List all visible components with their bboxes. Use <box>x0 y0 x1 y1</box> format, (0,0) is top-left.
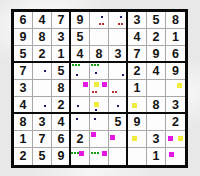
cell-digit: 6 <box>166 46 185 62</box>
cell-digit: 7 <box>128 46 146 62</box>
cell-digit: 2 <box>71 131 89 147</box>
cell-r4c1[interactable]: 7 <box>14 63 33 80</box>
cell-r1c5[interactable] <box>90 12 109 29</box>
cell-r5c4[interactable] <box>71 80 90 97</box>
cell-r8c8[interactable]: 3 <box>147 131 166 148</box>
cell-digit: 3 <box>52 29 70 45</box>
cell-digit: 4 <box>128 29 146 45</box>
cell-r7c2[interactable]: 3 <box>33 114 52 131</box>
cell-r9c5[interactable] <box>90 148 109 165</box>
cell-r7c1[interactable]: 8 <box>14 114 33 131</box>
pencil-mark-navy-dot <box>122 74 124 76</box>
cell-r4c2[interactable] <box>33 63 52 80</box>
cell-digit: 7 <box>14 63 32 79</box>
pencil-mark-magenta-sq <box>79 151 84 156</box>
cell-r4c4[interactable] <box>71 63 90 80</box>
cell-digit: 6 <box>52 131 70 147</box>
sudoku-board: 6479358983542152148379675249381428383459… <box>11 9 188 168</box>
cell-digit: 2 <box>166 114 185 130</box>
pencil-mark-magenta-sq <box>169 152 174 157</box>
cell-r9c4[interactable] <box>71 148 90 165</box>
cell-digit: 4 <box>33 12 51 28</box>
cell-digit: 8 <box>14 114 32 130</box>
pencil-mark-navy-dot <box>120 16 122 18</box>
pencil-mark-yellow-sq <box>177 83 182 88</box>
pencil-mark-navy-dot <box>94 118 96 120</box>
pencil-mark-navy-dot <box>95 72 97 74</box>
cell-r8c2[interactable]: 7 <box>33 131 52 148</box>
cell-digit: 5 <box>52 63 70 79</box>
pencil-mark-magenta-sq <box>102 82 107 87</box>
cell-digit: 4 <box>71 46 89 62</box>
cell-r8c7[interactable] <box>128 131 147 148</box>
pencil-mark-magenta-sq <box>91 132 96 137</box>
pencil-mark-navy-dot <box>44 105 46 107</box>
pencil-mark-navy-dot <box>76 74 78 76</box>
cell-digit: 9 <box>166 63 185 79</box>
cell-r5c2[interactable] <box>33 80 52 97</box>
cell-r5c1[interactable]: 3 <box>14 80 33 97</box>
cell-digit: 8 <box>33 29 51 45</box>
cell-r4c8[interactable]: 4 <box>147 63 166 80</box>
cell-digit: 9 <box>147 46 165 62</box>
cell-r8c5[interactable] <box>90 131 109 148</box>
pencil-mark-navy-dot <box>117 105 119 107</box>
pencil-mark-magenta-sq <box>168 136 173 141</box>
cell-r1c2[interactable]: 4 <box>33 12 52 29</box>
pencil-mark-yellow-sq <box>94 82 99 87</box>
cell-r2c4[interactable]: 5 <box>71 29 90 46</box>
pencil-mark-red-pair <box>92 91 97 93</box>
pencil-mark-magenta-sq <box>102 151 107 156</box>
cell-r7c9[interactable]: 2 <box>166 114 185 131</box>
cell-digit: 9 <box>128 114 146 130</box>
cell-digit: 7 <box>52 12 70 28</box>
cell-digit: 8 <box>90 46 108 62</box>
cell-r4c5[interactable] <box>90 63 109 80</box>
cell-r5c9[interactable] <box>166 80 185 97</box>
cell-digit: 3 <box>109 46 127 62</box>
pencil-mark-yellow-sq <box>94 102 99 107</box>
block-divider-horizontal-2 <box>14 112 185 114</box>
cell-digit: 2 <box>52 97 70 113</box>
pencil-mark-yellow-sq <box>178 136 183 141</box>
cell-r8c1[interactable]: 1 <box>14 131 33 148</box>
block-divider-vertical-2 <box>126 12 128 165</box>
cell-r1c1[interactable]: 6 <box>14 12 33 29</box>
cell-digit: 1 <box>128 80 146 96</box>
cell-r4c7[interactable]: 2 <box>128 63 147 80</box>
cell-digit: 3 <box>147 131 165 147</box>
pencil-mark-green-dash <box>91 64 99 66</box>
cell-r7c4[interactable] <box>71 114 90 131</box>
cell-digit: 1 <box>52 46 70 62</box>
pencil-mark-red-pair <box>112 91 117 93</box>
pencil-mark-navy-dot <box>77 105 79 107</box>
cell-r9c1[interactable]: 2 <box>14 148 33 165</box>
cell-digit: 1 <box>166 29 185 45</box>
cell-digit: 7 <box>33 131 51 147</box>
cell-digit: 3 <box>33 114 51 130</box>
cell-r2c2[interactable]: 8 <box>33 29 52 46</box>
cell-digit: 4 <box>14 97 32 113</box>
pencil-mark-green-dash <box>71 152 79 154</box>
cell-digit: 5 <box>33 148 51 165</box>
cell-r1c9[interactable]: 8 <box>166 12 185 29</box>
cell-digit: 5 <box>71 29 89 45</box>
pencil-mark-yellow-sq <box>132 136 137 141</box>
cell-digit: 8 <box>166 12 185 28</box>
pencil-mark-magenta-sq <box>83 82 88 87</box>
pencil-mark-navy-dot <box>76 118 78 120</box>
cell-r2c5[interactable] <box>90 29 109 46</box>
cell-digit: 2 <box>147 29 165 45</box>
cell-digit: 4 <box>147 63 165 79</box>
pencil-mark-navy-dot <box>95 109 97 111</box>
cell-r1c7[interactable]: 3 <box>128 12 147 29</box>
cell-digit: 9 <box>14 29 32 45</box>
cell-r1c4[interactable]: 9 <box>71 12 90 29</box>
cell-r7c5[interactable] <box>90 114 109 131</box>
cell-digit: 3 <box>14 80 32 96</box>
cell-r1c8[interactable]: 5 <box>147 12 166 29</box>
cell-digit: 4 <box>52 114 70 130</box>
block-divider-horizontal-1 <box>14 61 185 63</box>
cell-r2c7[interactable]: 4 <box>128 29 147 46</box>
cell-r5c5[interactable] <box>90 80 109 97</box>
cell-digit: 8 <box>147 97 165 113</box>
cell-digit: 2 <box>33 46 51 62</box>
cell-digit: 9 <box>52 148 70 165</box>
pencil-mark-red-pair <box>99 23 104 25</box>
pencil-mark-navy-dot <box>44 70 46 72</box>
cell-r2c1[interactable]: 9 <box>14 29 33 46</box>
cell-r9c9[interactable] <box>166 148 185 165</box>
cell-digit: 5 <box>14 46 32 62</box>
pencil-mark-green-dash <box>72 64 80 66</box>
cell-r7c7[interactable]: 9 <box>128 114 147 131</box>
cell-r7c8[interactable] <box>147 114 166 131</box>
cell-digit: 1 <box>14 131 32 147</box>
pencil-mark-green-dash <box>91 152 99 154</box>
cell-digit: 5 <box>109 114 127 130</box>
pencil-mark-red-pair <box>118 23 123 25</box>
cell-digit: 1 <box>147 148 165 165</box>
cell-digit: 8 <box>52 80 70 96</box>
cell-r4c9[interactable]: 9 <box>166 63 185 80</box>
cell-r2c9[interactable]: 1 <box>166 29 185 46</box>
cell-r8c9[interactable] <box>166 131 185 148</box>
pencil-mark-navy-dot <box>101 16 103 18</box>
cell-r9c7[interactable] <box>128 148 147 165</box>
cell-r9c2[interactable]: 5 <box>33 148 52 165</box>
cell-r5c8[interactable] <box>147 80 166 97</box>
pencil-mark-magenta-sq <box>110 135 115 140</box>
cell-digit: 3 <box>128 12 146 28</box>
block-divider-vertical-1 <box>69 12 71 165</box>
cell-digit: 3 <box>166 97 185 113</box>
cell-r9c8[interactable]: 1 <box>147 148 166 165</box>
cell-digit: 2 <box>14 148 32 165</box>
cell-digit: 6 <box>14 12 32 28</box>
cell-r5c7[interactable]: 1 <box>128 80 147 97</box>
cell-digit: 9 <box>71 12 89 28</box>
cell-digit: 5 <box>147 12 165 28</box>
cell-digit: 2 <box>128 63 146 79</box>
cell-r2c8[interactable]: 2 <box>147 29 166 46</box>
pencil-mark-yellow-sq <box>132 103 137 108</box>
cell-r8c4[interactable]: 2 <box>71 131 90 148</box>
